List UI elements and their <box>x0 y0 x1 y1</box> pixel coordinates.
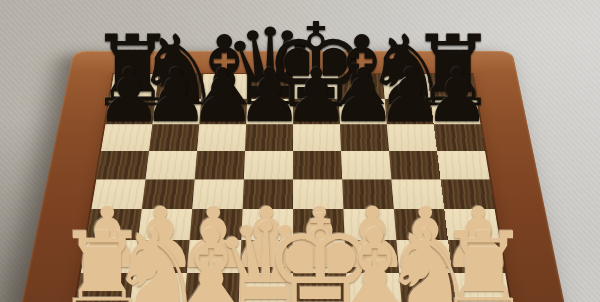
pieces-layer: ♜♞♝♛♚♝♞♜♟♟♟♟♟♟♟♟♟♟♟♟♟♟♟♟♜♞♝♛♚♝♞♜ <box>0 0 600 302</box>
chessboard-photo-scene: ♜♞♝♛♚♝♞♜♟♟♟♟♟♟♟♟♟♟♟♟♟♟♟♟♜♞♝♛♚♝♞♜ <box>0 0 600 302</box>
piece-black-pawn-h7[interactable]: ♟ <box>420 58 494 132</box>
piece-white-rook-h1[interactable]: ♜ <box>432 218 536 302</box>
